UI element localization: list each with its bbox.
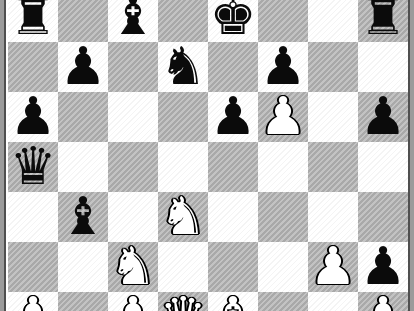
black-rook-icon: ♜ <box>360 0 407 42</box>
square-a8: ♜ <box>8 0 58 42</box>
square-h8: ♜ <box>358 0 408 42</box>
square-a3 <box>8 242 58 292</box>
white-pawn-icon: ♟ <box>310 240 357 292</box>
square-d2: ♛ <box>158 292 208 311</box>
square-f2 <box>258 292 308 311</box>
square-h5 <box>358 142 408 192</box>
square-e8: ♚ <box>208 0 258 42</box>
square-e3 <box>208 242 258 292</box>
square-h6: ♟ <box>358 92 408 142</box>
square-h4 <box>358 192 408 242</box>
square-c6 <box>108 92 158 142</box>
square-d5 <box>158 142 208 192</box>
square-e4 <box>208 192 258 242</box>
square-h3: ♟ <box>358 242 408 292</box>
square-b4: ♝ <box>58 192 108 242</box>
black-pawn-icon: ♟ <box>10 90 57 142</box>
square-c4 <box>108 192 158 242</box>
square-h2: ♟ <box>358 292 408 311</box>
black-pawn-icon: ♟ <box>260 40 307 92</box>
chess-diagram: ♜♝♚♜♟♞♟♟♟♟♟♛♝♞♞♟♟♟♟♛♝♟ <box>0 0 414 311</box>
black-rook-icon: ♜ <box>10 0 57 42</box>
black-pawn-icon: ♟ <box>60 40 107 92</box>
white-pawn-icon: ♟ <box>110 290 157 311</box>
black-bishop-icon: ♝ <box>110 0 157 42</box>
white-knight-icon: ♞ <box>110 240 157 292</box>
square-g7 <box>308 42 358 92</box>
square-d4: ♞ <box>158 192 208 242</box>
square-b5 <box>58 142 108 192</box>
square-b6 <box>58 92 108 142</box>
white-bishop-icon: ♝ <box>210 290 257 311</box>
square-a4 <box>8 192 58 242</box>
square-c5 <box>108 142 158 192</box>
square-g5 <box>308 142 358 192</box>
square-d6 <box>158 92 208 142</box>
square-a6: ♟ <box>8 92 58 142</box>
black-pawn-icon: ♟ <box>360 90 407 142</box>
square-d7: ♞ <box>158 42 208 92</box>
black-queen-icon: ♛ <box>10 140 57 192</box>
square-b3 <box>58 242 108 292</box>
square-f3 <box>258 242 308 292</box>
black-pawn-icon: ♟ <box>210 90 257 142</box>
square-c2: ♟ <box>108 292 158 311</box>
white-pawn-icon: ♟ <box>260 90 307 142</box>
square-e7 <box>208 42 258 92</box>
board-frame-right <box>408 0 414 311</box>
square-c8: ♝ <box>108 0 158 42</box>
square-a2: ♟ <box>8 292 58 311</box>
square-e5 <box>208 142 258 192</box>
white-pawn-icon: ♟ <box>360 290 407 311</box>
black-knight-icon: ♞ <box>160 40 207 92</box>
board-frame-left <box>0 0 6 311</box>
white-queen-icon: ♛ <box>160 290 207 311</box>
black-bishop-icon: ♝ <box>60 190 107 242</box>
square-f6: ♟ <box>258 92 308 142</box>
square-e2: ♝ <box>208 292 258 311</box>
square-g6 <box>308 92 358 142</box>
square-h7 <box>358 42 408 92</box>
square-c7 <box>108 42 158 92</box>
square-a7 <box>8 42 58 92</box>
black-king-icon: ♚ <box>210 0 257 42</box>
square-g3: ♟ <box>308 242 358 292</box>
square-c3: ♞ <box>108 242 158 292</box>
square-e6: ♟ <box>208 92 258 142</box>
white-knight-icon: ♞ <box>160 190 207 242</box>
square-d3 <box>158 242 208 292</box>
square-b7: ♟ <box>58 42 108 92</box>
square-g8 <box>308 0 358 42</box>
square-f5 <box>258 142 308 192</box>
square-g4 <box>308 192 358 242</box>
square-a5: ♛ <box>8 142 58 192</box>
square-b2 <box>58 292 108 311</box>
chess-board: ♜♝♚♜♟♞♟♟♟♟♟♛♝♞♞♟♟♟♟♛♝♟ <box>8 0 408 311</box>
square-f4 <box>258 192 308 242</box>
square-f7: ♟ <box>258 42 308 92</box>
white-pawn-icon: ♟ <box>10 290 57 311</box>
black-pawn-icon: ♟ <box>360 240 407 292</box>
